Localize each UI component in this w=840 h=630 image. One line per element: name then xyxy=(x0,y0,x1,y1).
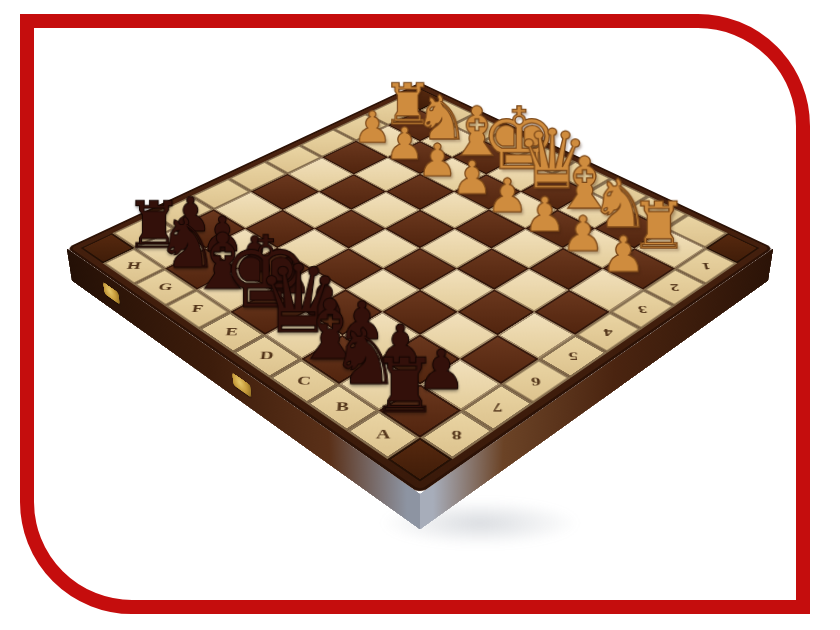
white-pawn[interactable]: ♟ xyxy=(597,229,649,278)
file-label-B: B xyxy=(312,393,372,421)
black-rook[interactable]: ♜ xyxy=(370,348,429,423)
file-label-G: G xyxy=(136,276,194,299)
rank-label-6: 6 xyxy=(513,363,560,399)
product-photo-page: { "game": "chess", "scene_description": … xyxy=(0,0,840,630)
file-label-C: C xyxy=(274,367,334,394)
brass-clasp-icon xyxy=(103,281,120,304)
rank-label-8: 8 xyxy=(434,415,480,455)
rank-label-5: 5 xyxy=(550,339,597,374)
chess-board: ♜♞♝♚♛♝♞♜1♟♟♟♟♟♟♟♟23456♟♟♟♟♟♟♟♟7♜♞♝♚♛♝♞♜8… xyxy=(66,83,773,494)
board-grid: ♜♞♝♚♛♝♞♜1♟♟♟♟♟♟♟♟23456♟♟♟♟♟♟♟♟7♜♞♝♚♛♝♞♜8… xyxy=(81,88,760,481)
file-label-E: E xyxy=(202,319,261,344)
rank-label-7: 7 xyxy=(475,388,521,426)
rail-corner-cell xyxy=(706,233,760,263)
file-label-D: D xyxy=(237,343,296,369)
file-label-A: A xyxy=(352,420,413,450)
rank-label-4: 4 xyxy=(585,316,632,349)
brass-clasp-icon xyxy=(232,372,252,398)
